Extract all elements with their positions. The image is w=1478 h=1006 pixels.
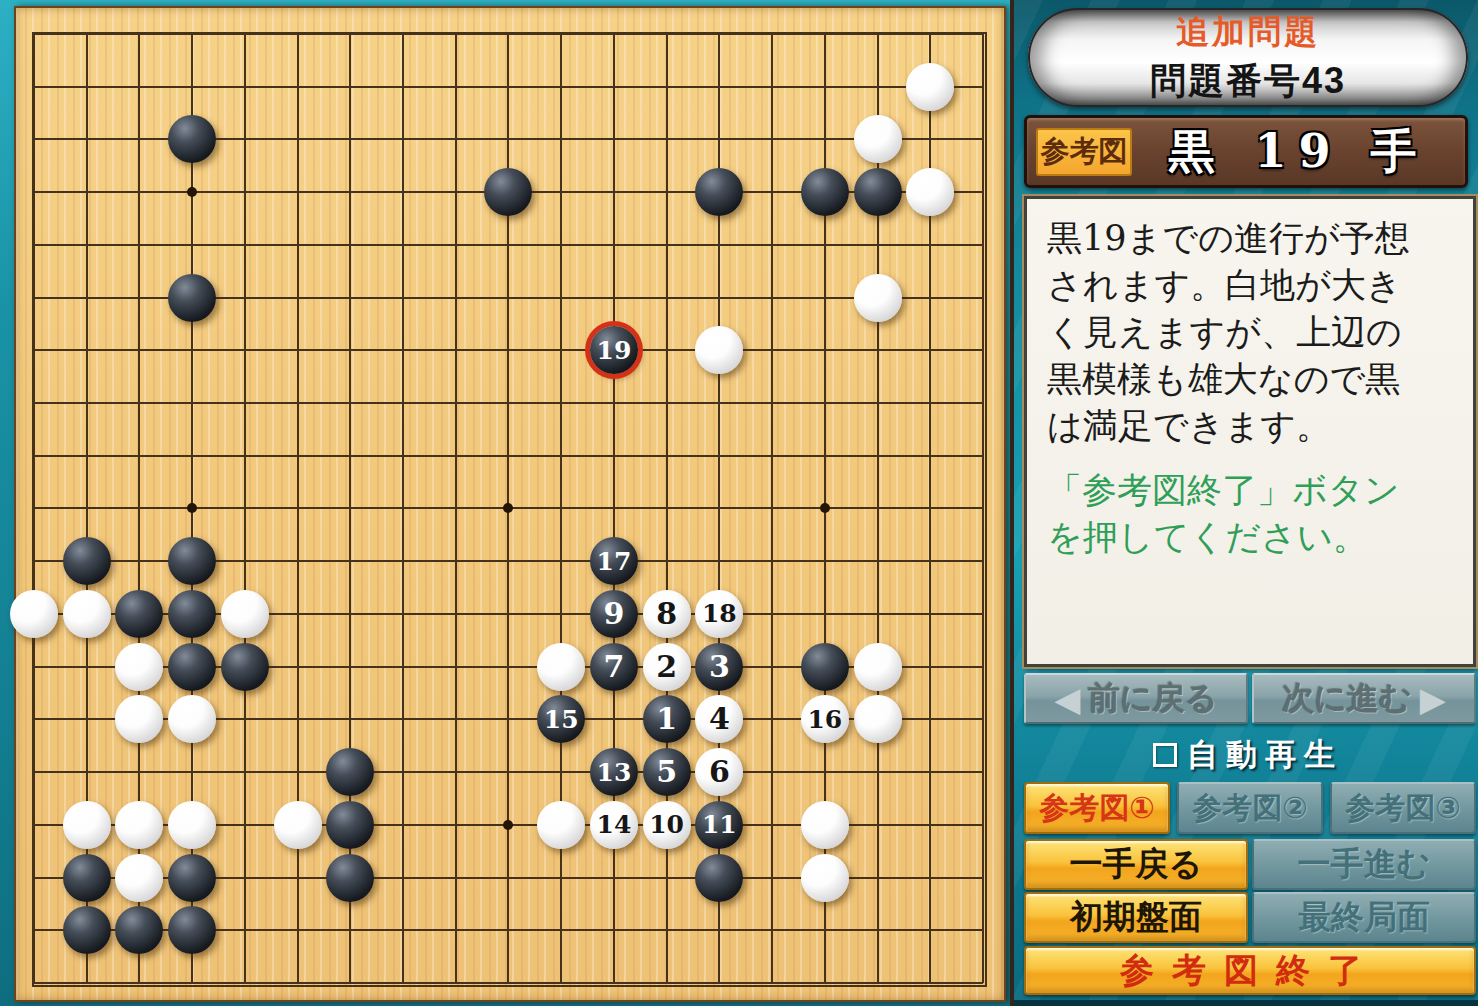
description-text: 黒19までの進行が予想 されます。白地が大き く見えますが、上辺の 黒模様も雄大… [1047, 215, 1459, 450]
tab-reference-1[interactable]: 参考図① [1024, 782, 1170, 834]
stone-white-3-17 [115, 854, 163, 902]
stone-white-17-6 [854, 274, 902, 322]
stone-white-18-2 [906, 63, 954, 111]
move-number-label: 8 [656, 599, 677, 629]
stone-black-12-12-move-9: 9 [590, 590, 638, 638]
stone-white-17-14 [854, 695, 902, 743]
stone-black-4-11 [168, 537, 216, 585]
go-problem-app: 191798187231514161356141011 追加問題 問題番号43 … [0, 0, 1478, 1006]
move-number-label: 3 [709, 652, 730, 682]
move-number-label: 5 [656, 757, 677, 787]
stone-white-4-16 [168, 801, 216, 849]
autoplay-row: 自動再生 [1014, 737, 1478, 773]
stone-white-17-13 [854, 643, 902, 691]
title-capsule: 追加問題 問題番号43 [1028, 8, 1468, 107]
move-number-label: 6 [709, 757, 730, 787]
stone-white-12-16-move-14: 14 [590, 801, 638, 849]
stone-white-3-13 [115, 643, 163, 691]
stone-black-4-13 [168, 643, 216, 691]
final-position-button[interactable]: 最終局面 [1252, 892, 1476, 943]
stone-white-14-12-move-18: 18 [695, 590, 743, 638]
prev-button[interactable]: ◀ 前に戻る [1024, 673, 1248, 724]
board-frame: 191798187231514161356141011 [0, 0, 1010, 1006]
next-button[interactable]: 次に進む ▶ [1252, 673, 1476, 724]
stone-black-12-15-move-13: 13 [590, 748, 638, 796]
stone-white-5-12 [221, 590, 269, 638]
stone-black-12-7-move-19: 19 [590, 326, 638, 374]
right-arrow-icon: ▶ [1420, 679, 1446, 719]
stone-black-12-11-move-17: 17 [590, 537, 638, 585]
stone-white-1-12 [10, 590, 58, 638]
stone-black-2-11 [63, 537, 111, 585]
initial-board-button[interactable]: 初期盤面 [1024, 892, 1248, 943]
stone-black-16-13 [801, 643, 849, 691]
move-number-label: 19 [597, 338, 632, 363]
stone-white-2-16 [63, 801, 111, 849]
move-number-label: 13 [597, 760, 632, 785]
stone-black-7-16 [326, 801, 374, 849]
end-reference-button[interactable]: 参考図終了 [1024, 946, 1476, 995]
left-arrow-icon: ◀ [1054, 679, 1080, 719]
move-number-label: 16 [807, 707, 842, 732]
tab-reference-3[interactable]: 参考図③ [1330, 782, 1476, 834]
instruction-text: 「参考図終了」ボタン を押してください。 [1047, 467, 1459, 561]
stone-black-4-12 [168, 590, 216, 638]
stone-white-11-16 [537, 801, 585, 849]
stone-white-11-13 [537, 643, 585, 691]
stone-white-2-12 [63, 590, 111, 638]
problem-type-title: 追加問題 [1176, 10, 1320, 55]
stone-white-13-13-move-2: 2 [643, 643, 691, 691]
grid-line-h [34, 982, 983, 984]
stone-white-13-16-move-10: 10 [643, 801, 691, 849]
panel-bottom-strip [1014, 1000, 1478, 1006]
stone-white-13-12-move-8: 8 [643, 590, 691, 638]
next-button-label: 次に進む [1282, 677, 1412, 721]
move-number-label: 15 [544, 707, 579, 732]
stone-black-14-13-move-3: 3 [695, 643, 743, 691]
autoplay-checkbox[interactable] [1153, 743, 1177, 767]
reference-bar: 参考図 黒 19 手 [1024, 115, 1468, 188]
forward-move-button[interactable]: 一手進む [1252, 839, 1476, 890]
stone-white-6-16 [274, 801, 322, 849]
stone-black-13-15-move-5: 5 [643, 748, 691, 796]
tab-reference-2[interactable]: 参考図② [1177, 782, 1323, 834]
move-number-label: 4 [709, 704, 730, 734]
stone-black-7-17 [326, 854, 374, 902]
move-number-label: 14 [597, 812, 632, 837]
move-number-label: 18 [702, 601, 737, 626]
problem-number: 問題番号43 [1150, 57, 1346, 106]
grid-line-h [34, 771, 983, 773]
stone-white-16-16 [801, 801, 849, 849]
move-number-label: 7 [603, 652, 624, 682]
grid-line-v [982, 34, 984, 983]
move-number-label: 11 [702, 812, 737, 837]
stone-black-4-6 [168, 274, 216, 322]
move-number-label: 2 [656, 652, 677, 682]
side-panel: 追加問題 問題番号43 参考図 黒 19 手 黒19までの進行が予想 されます。… [1010, 0, 1478, 1006]
autoplay-label: 自動再生 [1187, 734, 1343, 776]
stone-black-2-18 [63, 906, 111, 954]
stone-white-16-17 [801, 854, 849, 902]
undo-move-button[interactable]: 一手戻る [1024, 839, 1248, 890]
move-number-label: 10 [649, 812, 684, 837]
stone-white-17-3 [854, 115, 902, 163]
stone-white-16-14-move-16: 16 [801, 695, 849, 743]
stone-black-5-13 [221, 643, 269, 691]
prev-button-label: 前に戻る [1088, 677, 1218, 721]
stone-white-3-16 [115, 801, 163, 849]
stone-black-2-17 [63, 854, 111, 902]
stone-black-13-14-move-1: 1 [643, 695, 691, 743]
move-count-text: 黒 19 手 [1132, 121, 1465, 183]
move-number-label: 1 [656, 704, 677, 734]
reference-badge: 参考図 [1036, 128, 1132, 176]
stone-black-4-17 [168, 854, 216, 902]
goban[interactable]: 191798187231514161356141011 [14, 6, 1006, 1002]
stone-black-12-13-move-7: 7 [590, 643, 638, 691]
move-number-label: 17 [597, 549, 632, 574]
description-box: 黒19までの進行が予想 されます。白地が大き く見えますが、上辺の 黒模様も雄大… [1024, 196, 1476, 667]
stone-black-17-4 [854, 168, 902, 216]
stone-black-16-4 [801, 168, 849, 216]
stone-black-14-16-move-11: 11 [695, 801, 743, 849]
stone-black-14-17 [695, 854, 743, 902]
grid-line-v [771, 34, 773, 983]
move-number-label: 9 [603, 599, 624, 629]
